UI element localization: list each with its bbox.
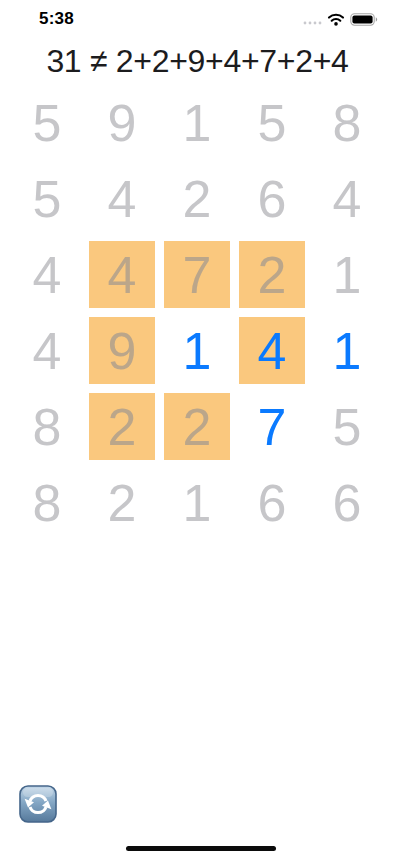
- grid-cell[interactable]: 4: [14, 241, 80, 308]
- battery-icon: [350, 13, 378, 26]
- grid-cell[interactable]: 6: [239, 469, 305, 536]
- grid-cell[interactable]: 4: [239, 317, 305, 384]
- home-indicator[interactable]: [126, 846, 276, 851]
- grid-cell[interactable]: 2: [89, 393, 155, 460]
- grid-cell[interactable]: 1: [314, 241, 380, 308]
- grid-cell[interactable]: 5: [14, 89, 80, 156]
- grid-cell[interactable]: 4: [89, 165, 155, 232]
- cellular-signal-dots-icon: [303, 21, 322, 25]
- status-icons: [303, 13, 378, 26]
- grid-cell[interactable]: 2: [164, 393, 230, 460]
- grid-cell[interactable]: 4: [89, 241, 155, 308]
- grid-cell[interactable]: 2: [164, 165, 230, 232]
- grid-cell[interactable]: 4: [14, 317, 80, 384]
- refresh-button[interactable]: [19, 785, 57, 823]
- grid-cell[interactable]: 4: [314, 165, 380, 232]
- grid-cell[interactable]: 2: [239, 241, 305, 308]
- grid-cell[interactable]: 6: [314, 469, 380, 536]
- grid-cell[interactable]: 5: [314, 393, 380, 460]
- grid-cell[interactable]: 1: [164, 317, 230, 384]
- grid-cell[interactable]: 6: [239, 165, 305, 232]
- refresh-icon: [19, 785, 57, 823]
- grid-cell[interactable]: 1: [164, 469, 230, 536]
- grid-cell[interactable]: 9: [89, 89, 155, 156]
- grid-cell[interactable]: 5: [14, 165, 80, 232]
- grid-cell[interactable]: 2: [89, 469, 155, 536]
- grid-cell[interactable]: 1: [314, 317, 380, 384]
- grid-cell[interactable]: 1: [164, 89, 230, 156]
- grid-cell[interactable]: 8: [14, 393, 80, 460]
- number-grid: 591585426444721491418227582166: [14, 89, 380, 536]
- wifi-icon: [327, 13, 345, 26]
- grid-cell[interactable]: 5: [239, 89, 305, 156]
- grid-cell[interactable]: 8: [314, 89, 380, 156]
- grid-cell[interactable]: 9: [89, 317, 155, 384]
- grid-cell[interactable]: 8: [14, 469, 80, 536]
- grid-cell[interactable]: 7: [239, 393, 305, 460]
- grid-cell[interactable]: 7: [164, 241, 230, 308]
- equation-display: 31 ≠ 2+2+9+4+7+2+4: [0, 44, 395, 78]
- status-bar: 5:38: [0, 0, 395, 32]
- status-time: 5:38: [39, 9, 74, 29]
